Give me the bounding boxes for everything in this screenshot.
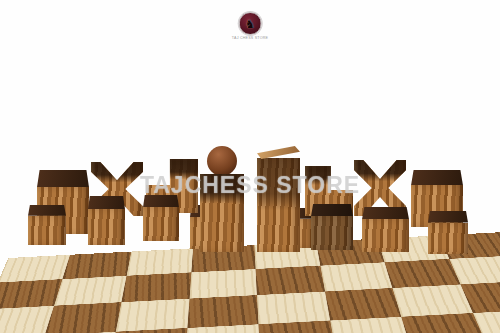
board-square <box>256 266 325 296</box>
board-square <box>257 292 330 325</box>
pawn-front-face <box>362 219 409 252</box>
pawn-front-face <box>428 223 468 254</box>
piece-pawn-f: ♟ <box>311 204 353 250</box>
pawn-front-face <box>143 207 179 241</box>
pawn-front-face <box>311 216 353 250</box>
board-square <box>330 317 411 333</box>
store-logo: ♞ TAJ CHESS STORE <box>210 12 291 45</box>
piece-queen: ♛ <box>200 146 244 252</box>
store-logo-emblem: ♞ <box>239 12 262 35</box>
watermark-text: TAJCHESS STORE <box>140 172 360 199</box>
board-square <box>127 248 193 275</box>
knight-logo-icon: ♞ <box>245 18 256 30</box>
board-square <box>320 262 392 291</box>
board-square <box>384 259 460 288</box>
chessboard-wrap <box>0 0 500 333</box>
piece-pawn-a: ♟ <box>28 205 66 245</box>
board-square <box>187 295 258 328</box>
board-square <box>121 272 191 302</box>
board-square <box>54 276 127 306</box>
board-square <box>325 288 401 320</box>
piece-king: ♚ <box>257 146 300 252</box>
piece-pawn-g: ♟ <box>362 207 409 252</box>
pawn-front-face <box>88 209 125 245</box>
pawn-front-face <box>28 216 66 245</box>
store-logo-caption: TAJ CHESS STORE <box>232 36 268 40</box>
board-square <box>189 269 257 299</box>
chessboard <box>0 232 500 333</box>
board-square <box>392 284 472 316</box>
board-square <box>44 302 121 333</box>
product-photo-scene: ♞ TAJ CHESS STORE TAJCHESS STORE ♜♝♞♟♛♟♚… <box>0 0 500 333</box>
piece-pawn-c: ♟ <box>143 195 179 241</box>
piece-pawn-h: ♟ <box>428 211 468 254</box>
board-square <box>116 299 189 332</box>
piece-pawn-b: ♟ <box>88 196 125 245</box>
